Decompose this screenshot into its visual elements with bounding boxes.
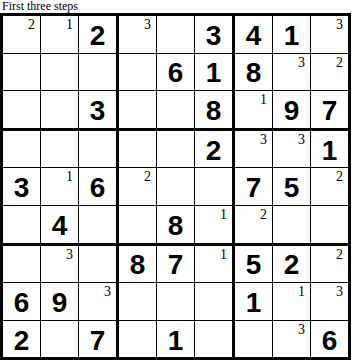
cell-r4c2[interactable] (40, 128, 78, 168)
cell-r8c9[interactable]: 3 (310, 282, 348, 320)
pencil-mark: 1 (220, 208, 227, 222)
sudoku-board: 2123341361832381972331316275248123871522… (0, 13, 351, 360)
cell-r1c9[interactable]: 3 (310, 16, 348, 53)
pencil-mark: 1 (66, 18, 73, 32)
cell-r8c8[interactable]: 1 (272, 282, 310, 320)
cell-r8c2[interactable]: 9 (40, 282, 78, 320)
cell-r9c2[interactable] (40, 320, 78, 358)
cell-r2c3[interactable] (78, 53, 116, 91)
cell-r7c7[interactable]: 5 (232, 243, 272, 283)
cell-r6c8[interactable] (272, 205, 310, 243)
big-digit: 9 (52, 286, 68, 317)
pencil-mark: 3 (66, 248, 73, 262)
cell-r4c5[interactable] (156, 128, 194, 168)
cell-r3c3[interactable]: 3 (78, 90, 116, 128)
cell-r1c4[interactable]: 3 (116, 16, 156, 53)
cell-r8c6[interactable] (194, 282, 232, 320)
pencil-mark: 2 (260, 208, 267, 222)
big-digit: 1 (284, 19, 300, 50)
cell-r2c2[interactable] (40, 53, 78, 91)
big-digit: 6 (322, 324, 338, 355)
cell-r2c9[interactable]: 2 (310, 53, 348, 91)
cell-r8c3[interactable]: 3 (78, 282, 116, 320)
pencil-mark: 2 (336, 56, 343, 70)
pencil-mark: 2 (336, 170, 343, 184)
cell-r8c4[interactable] (116, 282, 156, 320)
cell-r1c8[interactable]: 1 (272, 16, 310, 53)
pencil-mark: 3 (104, 285, 111, 299)
cell-r4c8[interactable]: 3 (272, 128, 310, 168)
cell-r3c4[interactable] (116, 90, 156, 128)
big-digit: 8 (130, 248, 146, 279)
big-digit: 3 (206, 19, 222, 50)
pencil-mark: 3 (336, 18, 343, 32)
cell-r5c2[interactable]: 1 (40, 167, 78, 205)
cell-r9c9[interactable]: 6 (310, 320, 348, 358)
cell-r1c6[interactable]: 3 (194, 16, 232, 53)
big-digit: 5 (246, 248, 262, 279)
big-digit: 1 (168, 324, 184, 355)
big-digit: 4 (246, 19, 262, 50)
cell-r9c5[interactable]: 1 (156, 320, 194, 358)
pencil-mark: 3 (298, 323, 305, 337)
cell-r5c8[interactable]: 5 (272, 167, 310, 205)
cell-r2c1[interactable] (3, 53, 40, 91)
big-digit: 1 (206, 56, 222, 87)
big-digit: 6 (168, 56, 184, 87)
puzzle-title: First three steps (0, 0, 352, 13)
big-digit: 3 (14, 171, 30, 202)
cell-r5c9[interactable]: 2 (310, 167, 348, 205)
cell-r9c3[interactable]: 7 (78, 320, 116, 358)
big-digit: 6 (90, 171, 106, 202)
cell-r4c1[interactable] (3, 128, 40, 168)
cell-r7c9[interactable]: 2 (310, 243, 348, 283)
pencil-mark: 2 (336, 248, 343, 262)
big-digit: 7 (168, 248, 184, 279)
cell-r1c5[interactable] (156, 16, 194, 53)
cell-r6c3[interactable] (78, 205, 116, 243)
big-digit: 4 (52, 209, 68, 240)
cell-r7c6[interactable]: 1 (194, 243, 232, 283)
pencil-mark: 3 (336, 285, 343, 299)
big-digit: 2 (206, 134, 222, 165)
cell-r4c7[interactable]: 3 (232, 128, 272, 168)
cell-r2c5[interactable]: 6 (156, 53, 194, 91)
big-digit: 3 (90, 94, 106, 125)
cell-r1c7[interactable]: 4 (232, 16, 272, 53)
cell-r2c8[interactable]: 3 (272, 53, 310, 91)
pencil-mark: 1 (298, 285, 305, 299)
cell-r1c3[interactable]: 2 (78, 16, 116, 53)
cell-r1c1[interactable]: 2 (3, 16, 40, 53)
cell-r9c8[interactable]: 3 (272, 320, 310, 358)
cell-r6c6[interactable]: 1 (194, 205, 232, 243)
cell-r3c2[interactable] (40, 90, 78, 128)
pencil-mark: 1 (66, 170, 73, 184)
cell-r9c7[interactable] (232, 320, 272, 358)
cell-r8c1[interactable]: 6 (3, 282, 40, 320)
cell-r7c5[interactable]: 7 (156, 243, 194, 283)
pencil-mark: 1 (220, 248, 227, 262)
pencil-mark: 3 (298, 133, 305, 147)
cell-r4c9[interactable]: 1 (310, 128, 348, 168)
pencil-mark: 3 (144, 18, 151, 32)
cell-r6c4[interactable] (116, 205, 156, 243)
pencil-mark: 2 (28, 18, 35, 32)
cell-r8c5[interactable] (156, 282, 194, 320)
cell-r3c7[interactable]: 1 (232, 90, 272, 128)
cell-r6c2[interactable]: 4 (40, 205, 78, 243)
big-digit: 8 (168, 209, 184, 240)
cell-r9c1[interactable]: 2 (3, 320, 40, 358)
cell-r7c3[interactable] (78, 243, 116, 283)
sudoku-page: First three steps 2123341361832381972331… (0, 0, 352, 364)
cell-r4c4[interactable] (116, 128, 156, 168)
pencil-mark: 3 (298, 56, 305, 70)
big-digit: 7 (246, 171, 262, 202)
cell-r5c4[interactable]: 2 (116, 167, 156, 205)
cell-r3c8[interactable]: 9 (272, 90, 310, 128)
cell-r6c5[interactable]: 8 (156, 205, 194, 243)
big-digit: 1 (322, 134, 338, 165)
cell-r5c1[interactable]: 3 (3, 167, 40, 205)
cell-r2c6[interactable]: 1 (194, 53, 232, 91)
cell-r3c6[interactable]: 8 (194, 90, 232, 128)
cell-r9c4[interactable] (116, 320, 156, 358)
pencil-mark: 2 (144, 170, 151, 184)
big-digit: 9 (284, 94, 300, 125)
cell-r5c7[interactable]: 7 (232, 167, 272, 205)
cell-r6c1[interactable] (3, 205, 40, 243)
cell-r6c7[interactable]: 2 (232, 205, 272, 243)
cell-r3c9[interactable]: 7 (310, 90, 348, 128)
big-digit: 8 (206, 94, 222, 125)
cell-r3c1[interactable] (3, 90, 40, 128)
cell-r4c6[interactable]: 2 (194, 128, 232, 168)
cell-r3c5[interactable] (156, 90, 194, 128)
big-digit: 2 (90, 19, 106, 50)
cell-r7c1[interactable] (3, 243, 40, 283)
big-digit: 1 (246, 286, 262, 317)
cell-r1c2[interactable]: 1 (40, 16, 78, 53)
big-digit: 2 (284, 248, 300, 279)
cell-r5c6[interactable] (194, 167, 232, 205)
big-digit: 7 (90, 324, 106, 355)
cell-r2c7[interactable]: 8 (232, 53, 272, 91)
pencil-mark: 3 (260, 133, 267, 147)
cell-r7c8[interactable]: 2 (272, 243, 310, 283)
big-digit: 2 (14, 324, 30, 355)
big-digit: 7 (322, 94, 338, 125)
pencil-mark: 1 (260, 93, 267, 107)
cell-r6c9[interactable] (310, 205, 348, 243)
cell-r9c6[interactable] (194, 320, 232, 358)
big-digit: 8 (246, 56, 262, 87)
cell-r5c5[interactable] (156, 167, 194, 205)
big-digit: 6 (14, 286, 30, 317)
cell-r7c2[interactable]: 3 (40, 243, 78, 283)
cell-r7c4[interactable]: 8 (116, 243, 156, 283)
big-digit: 5 (284, 171, 300, 202)
cell-r4c3[interactable] (78, 128, 116, 168)
cell-r2c4[interactable] (116, 53, 156, 91)
cell-r8c7[interactable]: 1 (232, 282, 272, 320)
cell-r5c3[interactable]: 6 (78, 167, 116, 205)
